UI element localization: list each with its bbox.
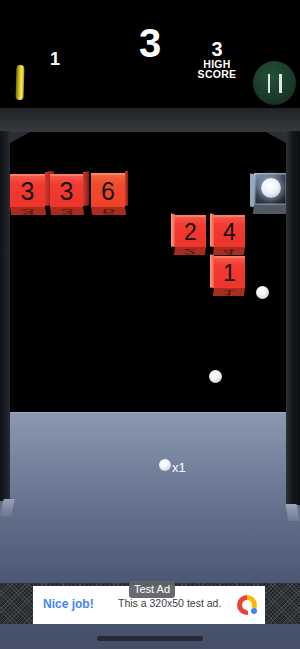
- brick-front-face: 3: [50, 174, 83, 207]
- admob-logo-icon[interactable]: [237, 595, 257, 615]
- brick-side-face: [125, 171, 128, 207]
- bonus-ball-cube: [250, 173, 287, 214]
- brick-side-face: [83, 171, 89, 206]
- right-wall: [286, 131, 300, 505]
- test-ad-badge: Test Ad: [129, 581, 175, 598]
- brick-bottom-face: 2: [174, 247, 206, 255]
- ad-body-text: This a 320x50 test ad.: [118, 597, 221, 609]
- coin-icon: [16, 65, 25, 100]
- launcher-ball: [159, 459, 171, 471]
- brick-front-face: 1: [214, 256, 245, 288]
- brick-number: 6: [101, 179, 115, 204]
- top-wall: [0, 108, 300, 132]
- brick-bottom-face: 6: [91, 207, 126, 215]
- pause-icon: [268, 74, 271, 93]
- brick: 4 4: [214, 215, 245, 247]
- brick: 2 2: [175, 215, 206, 247]
- ad-cta-link[interactable]: Nice job!: [43, 597, 94, 611]
- ball-in-flight: [256, 286, 269, 299]
- pause-button[interactable]: [253, 61, 296, 105]
- home-indicator[interactable]: [97, 636, 203, 641]
- brick-bottom-face: 3: [10, 207, 46, 215]
- ball-in-flight: [209, 370, 222, 383]
- high-score-label: SCORE: [192, 69, 242, 79]
- left-wall: [0, 131, 10, 501]
- brick-front-face: 6: [91, 173, 125, 207]
- brick-bottom-face: 3: [50, 207, 84, 215]
- brick-front-face: 3: [10, 174, 45, 207]
- brick: 3 3: [50, 174, 83, 207]
- brick-bottom-face: 4: [213, 247, 245, 255]
- top-wall-bevel: [10, 132, 30, 143]
- brick-front-face: 4: [214, 215, 245, 247]
- brick: 6 6: [91, 173, 125, 207]
- ball-count-label: x1: [172, 460, 186, 475]
- bonus-cube-bottom-face: [253, 205, 287, 214]
- score-value: 3: [0, 24, 300, 62]
- high-score-value: 3: [192, 40, 242, 59]
- bonus-ball: [261, 178, 281, 198]
- brick-number: 1: [223, 261, 236, 286]
- game-screen: 1 3 3 HIGH SCORE 3 3 3 3 6 6 2 2 4 4: [0, 0, 300, 649]
- brick-number: 2: [184, 220, 197, 245]
- brick-number: 4: [223, 220, 236, 245]
- brick-number: 3: [60, 179, 74, 204]
- brick-bottom-face: 1: [213, 288, 245, 296]
- brick-front-face: 2: [175, 215, 206, 247]
- brick-number: 3: [21, 179, 35, 204]
- brick: 3 3: [10, 174, 45, 207]
- top-wall-bevel: [266, 132, 286, 143]
- high-score-block: 3 HIGH SCORE: [192, 40, 242, 79]
- brick: 1 1: [214, 256, 245, 288]
- pause-icon: [279, 74, 282, 93]
